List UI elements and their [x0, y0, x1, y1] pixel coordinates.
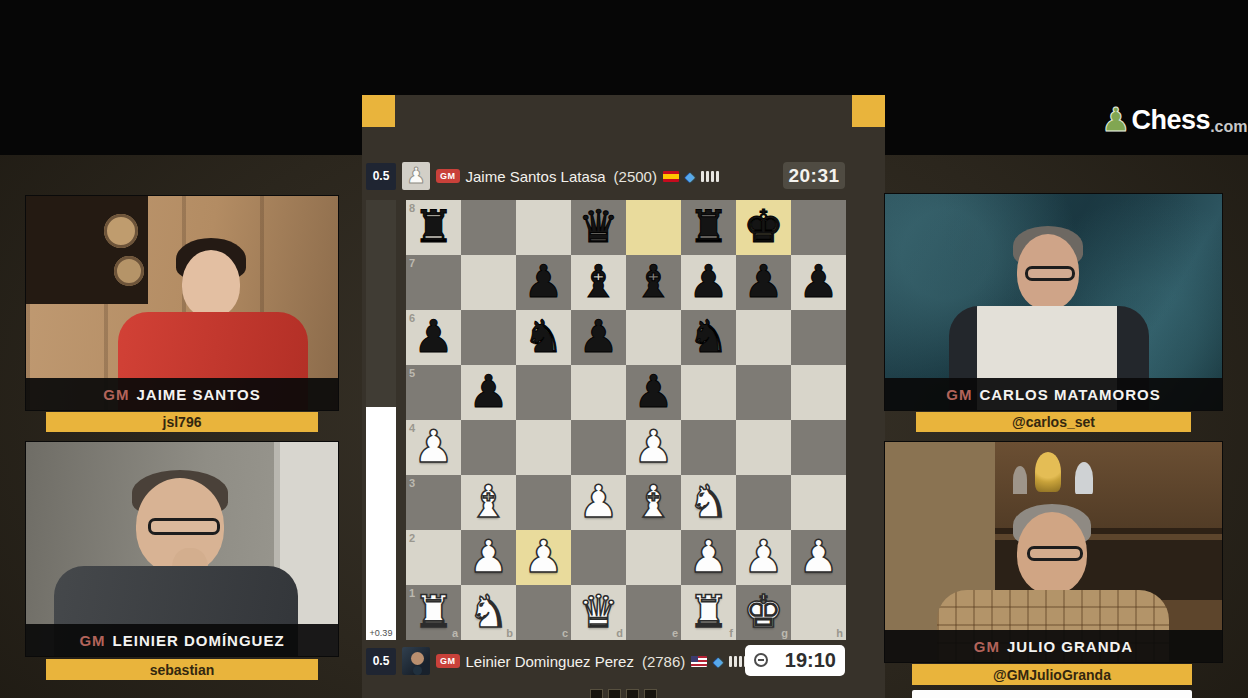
square-h1[interactable]: h	[791, 585, 846, 640]
square-c4[interactable]	[516, 420, 571, 475]
match-result-boxes	[590, 689, 657, 698]
eval-white-fill	[366, 407, 396, 640]
square-g5[interactable]	[736, 365, 791, 420]
handle-tag-gmjuliogranda: @GMJulioGranda	[912, 664, 1192, 685]
square-b5[interactable]: ♟	[461, 365, 516, 420]
square-a2[interactable]: 2	[406, 530, 461, 585]
broadcast-page: { "game": "chess", "position": { "fen": …	[0, 0, 1248, 698]
square-f2[interactable]: ♟	[681, 530, 736, 585]
result-box	[608, 689, 621, 698]
logo-suffix: .com	[1210, 118, 1247, 140]
player-name-bottom: Leinier Dominguez Perez	[466, 653, 634, 670]
wall-clock	[104, 214, 138, 248]
black-bishop: ♝	[626, 255, 681, 309]
white-pawn: ♟	[791, 530, 846, 584]
connection-bars-icon	[701, 171, 719, 182]
diamond-icon: ◆	[713, 655, 723, 668]
square-f4[interactable]	[681, 420, 736, 475]
square-c6[interactable]: ♞	[516, 310, 571, 365]
black-pawn: ♟	[626, 365, 681, 419]
square-h4[interactable]	[791, 420, 846, 475]
square-a1[interactable]: 1a♜	[406, 585, 461, 640]
eval-bar: +0.39	[366, 200, 396, 640]
clock-bottom: 19:10	[745, 645, 845, 676]
player-name-top: Jaime Santos Latasa	[466, 168, 606, 185]
square-f6[interactable]: ♞	[681, 310, 736, 365]
gold-corner-right	[852, 95, 885, 127]
black-pawn: ♟	[681, 255, 736, 309]
clock-bottom-time: 19:10	[785, 649, 836, 672]
webcam-name-bar: GM CARLOS MATAMOROS	[885, 378, 1222, 410]
square-h2[interactable]: ♟	[791, 530, 846, 585]
webcam-name-label: LEINIER DOMÍNGUEZ	[113, 632, 285, 649]
square-e6[interactable]	[626, 310, 681, 365]
square-c5[interactable]	[516, 365, 571, 420]
square-g7[interactable]: ♟	[736, 255, 791, 310]
square-e2[interactable]	[626, 530, 681, 585]
pawn-avatar-icon: ♟	[402, 162, 430, 190]
webcam-carlos-matamoros: GM CARLOS MATAMOROS	[885, 194, 1222, 410]
white-pawn: ♟	[516, 530, 571, 584]
result-box	[590, 689, 603, 698]
square-d3[interactable]: ♟	[571, 475, 626, 530]
black-pawn: ♟	[461, 365, 516, 419]
webcam-gm-label: GM	[946, 386, 972, 403]
person-jaime	[182, 250, 240, 318]
webcam-gm-label: GM	[974, 638, 1000, 655]
match-score-top: 0.5	[366, 163, 396, 190]
white-strip	[912, 690, 1192, 698]
square-c7[interactable]: ♟	[516, 255, 571, 310]
black-bishop: ♝	[571, 255, 626, 309]
webcam-name-bar: GM JULIO GRANDA	[885, 630, 1222, 662]
webcam-name-label: CARLOS MATAMOROS	[979, 386, 1160, 403]
square-a4[interactable]: 4♟	[406, 420, 461, 475]
square-e8[interactable]	[626, 200, 681, 255]
black-knight: ♞	[681, 310, 736, 364]
square-c2[interactable]: ♟	[516, 530, 571, 585]
wall-clock	[114, 256, 144, 286]
square-e7[interactable]: ♝	[626, 255, 681, 310]
square-b3[interactable]: ♝	[461, 475, 516, 530]
white-knight: ♞	[681, 475, 736, 529]
black-pawn: ♟	[791, 255, 846, 309]
square-g1[interactable]: g♚	[736, 585, 791, 640]
handle-tag-jsl796: jsl796	[46, 412, 318, 432]
glasses-icon	[148, 518, 220, 535]
square-d5[interactable]	[571, 365, 626, 420]
black-pawn: ♟	[571, 310, 626, 364]
square-e5[interactable]: ♟	[626, 365, 681, 420]
square-g3[interactable]	[736, 475, 791, 530]
square-h5[interactable]	[791, 365, 846, 420]
result-box	[644, 689, 657, 698]
square-g8[interactable]: ♚	[736, 200, 791, 255]
webcam-leinier-dominguez: GM LEINIER DOMÍNGUEZ	[26, 442, 338, 656]
usa-flag-icon	[691, 656, 707, 667]
square-d2[interactable]	[571, 530, 626, 585]
square-b4[interactable]	[461, 420, 516, 475]
square-a5[interactable]: 5	[406, 365, 461, 420]
webcam-name-label: JAIME SANTOS	[136, 386, 260, 403]
white-pawn: ♟	[461, 530, 516, 584]
square-h7[interactable]: ♟	[791, 255, 846, 310]
square-b2[interactable]: ♟	[461, 530, 516, 585]
eval-score-label: +0.39	[366, 628, 396, 638]
webcam-gm-label: GM	[103, 386, 129, 403]
black-knight: ♞	[516, 310, 571, 364]
square-a8[interactable]: 8♜	[406, 200, 461, 255]
player-bar-top: 0.5 ♟ GM Jaime Santos Latasa (2500) ◆ 20…	[362, 159, 885, 193]
white-pawn: ♟	[736, 530, 791, 584]
chess-board: 8♜♛♜♚7♟♝♝♟♟♟6♟♞♟♞5♟♟4♟♟3♝♟♝♞2♟♟♟♟♟1a♜b♞c…	[406, 200, 846, 640]
player-bar-bottom: 0.5 GM Leinier Dominguez Perez (2786) ◆ …	[362, 644, 885, 678]
square-e4[interactable]: ♟	[626, 420, 681, 475]
spain-flag-icon	[663, 171, 679, 182]
square-f1[interactable]: f♜	[681, 585, 736, 640]
webcam-name-label: JULIO GRANDA	[1007, 638, 1133, 655]
white-bishop: ♝	[461, 475, 516, 529]
square-e1[interactable]: e	[626, 585, 681, 640]
diamond-icon: ◆	[685, 170, 695, 183]
square-b1[interactable]: b♞	[461, 585, 516, 640]
player-rating-bottom: (2786)	[642, 653, 685, 670]
square-b8[interactable]	[461, 200, 516, 255]
white-rook: ♜	[681, 585, 736, 639]
chesscom-logo[interactable]: ♟ Chess .com	[1101, 100, 1247, 140]
square-d7[interactable]: ♝	[571, 255, 626, 310]
square-e3[interactable]: ♝	[626, 475, 681, 530]
clock-top: 20:31	[783, 162, 845, 189]
player-rating-top: (2500)	[614, 168, 657, 185]
webcam-gm-label: GM	[79, 632, 105, 649]
square-g6[interactable]	[736, 310, 791, 365]
square-d6[interactable]: ♟	[571, 310, 626, 365]
black-pawn: ♟	[516, 255, 571, 309]
square-c8[interactable]	[516, 200, 571, 255]
pawn-logo-icon: ♟	[1101, 100, 1131, 140]
square-g2[interactable]: ♟	[736, 530, 791, 585]
black-pawn: ♟	[736, 255, 791, 309]
gm-badge: GM	[436, 169, 460, 183]
logo-text: Chess	[1132, 105, 1211, 136]
square-g4[interactable]	[736, 420, 791, 475]
square-h3[interactable]	[791, 475, 846, 530]
square-f8[interactable]: ♜	[681, 200, 736, 255]
webcam-jaime-santos: GM JAIME SANTOS	[26, 196, 338, 410]
square-f3[interactable]: ♞	[681, 475, 736, 530]
player-avatar-photo	[402, 647, 430, 675]
black-queen: ♛	[571, 200, 626, 254]
square-d1[interactable]: d♛	[571, 585, 626, 640]
cabinet	[26, 196, 148, 304]
square-d4[interactable]	[571, 420, 626, 475]
square-f7[interactable]: ♟	[681, 255, 736, 310]
handle-tag-carlos-set: @carlos_set	[916, 412, 1191, 432]
gold-corner-left	[362, 95, 395, 127]
square-a3[interactable]: 3	[406, 475, 461, 530]
webcam-name-bar: GM LEINIER DOMÍNGUEZ	[26, 624, 338, 656]
webcam-julio-granda: GM JULIO GRANDA	[885, 442, 1222, 662]
white-pawn: ♟	[626, 420, 681, 474]
handle-tag-sebastian: sebastian	[46, 659, 318, 680]
webcam-name-bar: GM JAIME SANTOS	[26, 378, 338, 410]
square-f5[interactable]	[681, 365, 736, 420]
glasses-icon	[1027, 546, 1083, 561]
square-h6[interactable]	[791, 310, 846, 365]
trophy-icon	[1035, 452, 1061, 492]
square-c1[interactable]: c	[516, 585, 571, 640]
match-score-bottom: 0.5	[366, 648, 396, 675]
square-h8[interactable]	[791, 200, 846, 255]
glasses-icon	[1025, 266, 1075, 281]
white-bishop: ♝	[626, 475, 681, 529]
gm-badge: GM	[436, 654, 460, 668]
white-pawn: ♟	[571, 475, 626, 529]
black-rook: ♜	[681, 200, 736, 254]
black-king: ♚	[736, 200, 791, 254]
square-c3[interactable]	[516, 475, 571, 530]
square-a6[interactable]: 6♟	[406, 310, 461, 365]
result-box	[626, 689, 639, 698]
square-d8[interactable]: ♛	[571, 200, 626, 255]
clock-running-icon	[754, 653, 768, 667]
square-b6[interactable]	[461, 310, 516, 365]
square-b7[interactable]	[461, 255, 516, 310]
white-pawn: ♟	[681, 530, 736, 584]
square-a7[interactable]: 7	[406, 255, 461, 310]
